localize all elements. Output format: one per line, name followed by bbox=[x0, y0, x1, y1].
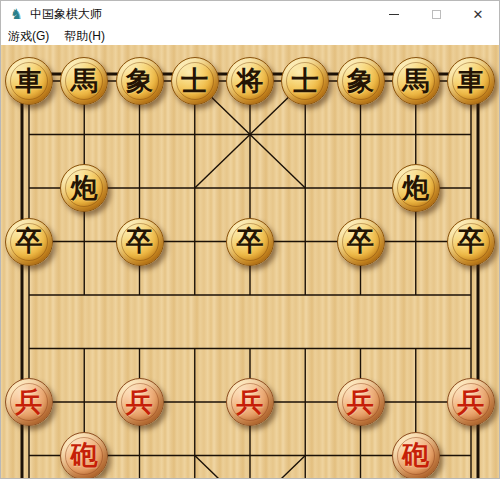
menu-item[interactable]: 游戏(G) bbox=[8, 28, 56, 45]
piece-black-soldier[interactable]: 卒 bbox=[337, 218, 385, 266]
piece-black-chariot[interactable]: 車 bbox=[447, 57, 495, 105]
piece-grid: 車馬象士将士象馬車炮炮卒卒卒卒卒兵兵兵兵兵砲砲 bbox=[1, 54, 498, 479]
window-title: 中国象棋大师 bbox=[30, 6, 102, 23]
piece-black-advisor[interactable]: 士 bbox=[281, 57, 329, 105]
piece-red-soldier[interactable]: 兵 bbox=[337, 378, 385, 426]
piece-black-elephant[interactable]: 象 bbox=[337, 57, 385, 105]
piece-black-advisor[interactable]: 士 bbox=[171, 57, 219, 105]
title-bar: ♞ 中国象棋大师 ✕ bbox=[1, 1, 499, 27]
piece-black-soldier[interactable]: 卒 bbox=[116, 218, 164, 266]
maximize-icon bbox=[432, 10, 441, 19]
piece-red-soldier[interactable]: 兵 bbox=[226, 378, 274, 426]
piece-red-soldier[interactable]: 兵 bbox=[116, 378, 164, 426]
piece-red-cannon[interactable]: 砲 bbox=[60, 432, 108, 479]
maximize-button[interactable] bbox=[415, 1, 457, 27]
piece-black-general[interactable]: 将 bbox=[226, 57, 274, 105]
piece-black-elephant[interactable]: 象 bbox=[116, 57, 164, 105]
piece-black-soldier[interactable]: 卒 bbox=[5, 218, 53, 266]
app-icon: ♞ bbox=[9, 7, 24, 22]
xiangqi-board[interactable]: 車馬象士将士象馬車炮炮卒卒卒卒卒兵兵兵兵兵砲砲 bbox=[1, 45, 500, 479]
window-controls: ✕ bbox=[373, 1, 499, 27]
piece-red-cannon[interactable]: 砲 bbox=[392, 432, 440, 479]
piece-black-cannon[interactable]: 炮 bbox=[60, 164, 108, 212]
menu-item[interactable]: 帮助(H) bbox=[64, 28, 112, 45]
close-button[interactable]: ✕ bbox=[457, 1, 499, 27]
menu-bar: 游戏(G)帮助(H) bbox=[1, 27, 499, 45]
piece-black-soldier[interactable]: 卒 bbox=[226, 218, 274, 266]
piece-black-horse[interactable]: 馬 bbox=[60, 57, 108, 105]
minimize-button[interactable] bbox=[373, 1, 415, 27]
piece-red-soldier[interactable]: 兵 bbox=[447, 378, 495, 426]
app-window: { "window": { "title": "中国象棋大师", "app_ic… bbox=[0, 0, 500, 479]
piece-black-cannon[interactable]: 炮 bbox=[392, 164, 440, 212]
piece-black-chariot[interactable]: 車 bbox=[5, 57, 53, 105]
minimize-icon bbox=[389, 14, 399, 15]
piece-black-horse[interactable]: 馬 bbox=[392, 57, 440, 105]
piece-red-soldier[interactable]: 兵 bbox=[5, 378, 53, 426]
piece-black-soldier[interactable]: 卒 bbox=[447, 218, 495, 266]
